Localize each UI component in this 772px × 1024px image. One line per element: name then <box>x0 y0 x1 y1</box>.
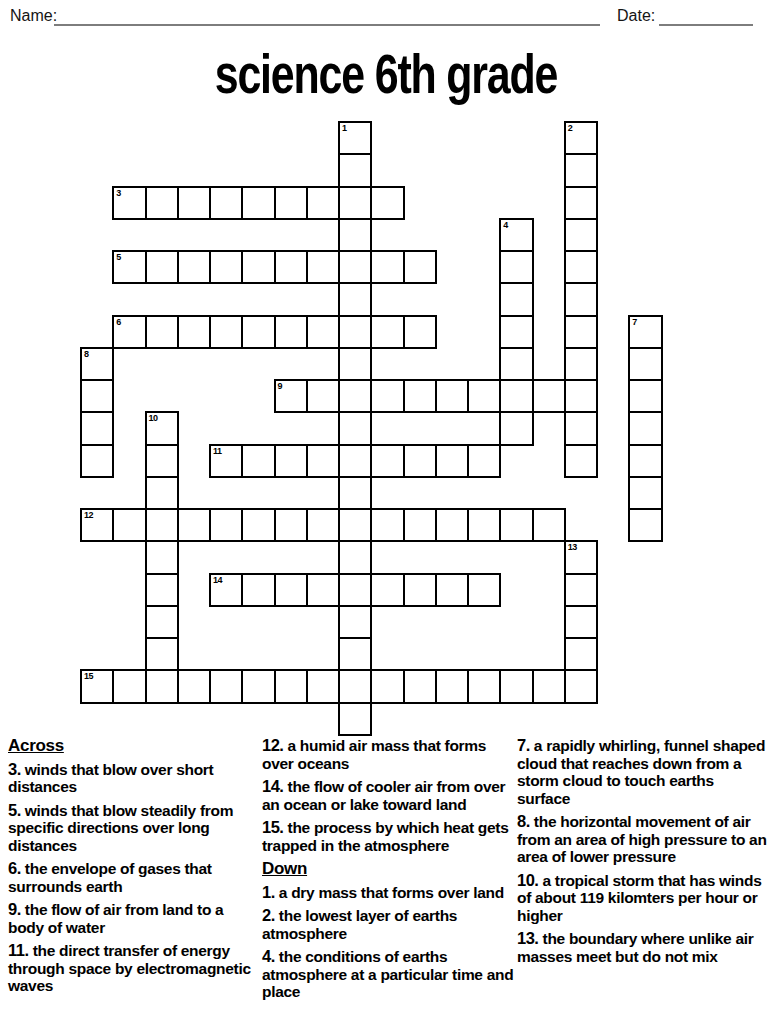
grid-cell[interactable] <box>436 509 468 541</box>
grid-empty <box>468 154 500 186</box>
clue-down-10: 10. a tropical storm that has winds of a… <box>517 872 769 925</box>
grid-cell[interactable] <box>565 606 597 638</box>
grid-cell[interactable] <box>565 445 597 477</box>
grid-empty <box>146 703 178 735</box>
grid-empty <box>629 251 661 283</box>
grid-empty <box>210 154 242 186</box>
grid-empty <box>178 638 210 670</box>
grid-cell[interactable] <box>565 380 597 412</box>
clue-across-9: 9. the flow of air from land to a body o… <box>8 901 258 936</box>
grid-empty <box>436 477 468 509</box>
grid-cell[interactable] <box>178 187 210 219</box>
grid-cell[interactable] <box>339 703 371 735</box>
grid-empty <box>275 348 307 380</box>
grid-cell[interactable]: 6 <box>113 316 145 348</box>
grid-empty <box>500 574 532 606</box>
clue-number-label: 2. <box>262 906 279 924</box>
grid-empty <box>629 703 661 735</box>
grid-cell[interactable] <box>565 283 597 315</box>
grid-cell[interactable] <box>629 380 661 412</box>
grid-cell[interactable] <box>178 251 210 283</box>
grid-cell[interactable] <box>210 509 242 541</box>
grid-cell[interactable]: 3 <box>113 187 145 219</box>
grid-empty <box>597 219 629 251</box>
grid-cell[interactable] <box>565 348 597 380</box>
grid-cell[interactable] <box>210 316 242 348</box>
grid-cell[interactable] <box>81 380 113 412</box>
grid-cell[interactable] <box>146 670 178 702</box>
grid-empty <box>242 703 274 735</box>
grid-empty <box>565 509 597 541</box>
grid-empty <box>371 283 403 315</box>
grid-empty <box>597 316 629 348</box>
grid-cell[interactable] <box>404 574 436 606</box>
grid-cell[interactable]: 9 <box>275 380 307 412</box>
grid-cell[interactable] <box>468 445 500 477</box>
grid-cell[interactable] <box>565 574 597 606</box>
grid-cell[interactable] <box>146 509 178 541</box>
grid-cell[interactable] <box>404 670 436 702</box>
grid-cell[interactable] <box>436 380 468 412</box>
grid-empty <box>307 606 339 638</box>
grid-empty <box>500 638 532 670</box>
grid-cell[interactable] <box>533 509 565 541</box>
grid-empty <box>468 219 500 251</box>
grid-cell[interactable] <box>146 445 178 477</box>
grid-empty <box>210 477 242 509</box>
grid-empty <box>597 509 629 541</box>
clue-down-13: 13. the boundary where unlike air masses… <box>517 930 769 965</box>
date-write-in-line[interactable] <box>659 24 753 26</box>
grid-cell[interactable] <box>146 251 178 283</box>
grid-empty <box>436 606 468 638</box>
grid-empty <box>436 541 468 573</box>
grid-empty <box>404 606 436 638</box>
grid-empty <box>597 606 629 638</box>
grid-empty <box>275 477 307 509</box>
grid-cell[interactable] <box>339 477 371 509</box>
clues-column-across: Across3. winds that blow over short dist… <box>8 737 258 1001</box>
grid-empty <box>468 348 500 380</box>
grid-empty <box>629 219 661 251</box>
grid-empty <box>371 412 403 444</box>
clue-number-label: 13. <box>517 929 543 947</box>
grid-cell[interactable]: 1 <box>339 122 371 154</box>
grid-cell[interactable] <box>500 283 532 315</box>
grid-empty <box>81 703 113 735</box>
grid-empty <box>210 606 242 638</box>
grid-cell[interactable] <box>242 670 274 702</box>
grid-empty <box>371 703 403 735</box>
clue-number: 7 <box>632 317 637 327</box>
clue-number-label: 12. <box>262 736 288 754</box>
grid-cell[interactable] <box>565 251 597 283</box>
grid-cell[interactable] <box>113 509 145 541</box>
grid-cell[interactable] <box>339 154 371 186</box>
grid-cell[interactable] <box>339 219 371 251</box>
grid-cell[interactable] <box>629 477 661 509</box>
grid-empty <box>468 251 500 283</box>
clue-number-label: 1. <box>262 883 279 901</box>
grid-cell[interactable]: 15 <box>81 670 113 702</box>
grid-empty <box>242 477 274 509</box>
grid-empty <box>468 187 500 219</box>
grid-cell[interactable] <box>81 445 113 477</box>
grid-empty <box>533 477 565 509</box>
grid-empty <box>533 703 565 735</box>
grid-cell[interactable] <box>565 638 597 670</box>
grid-empty <box>275 122 307 154</box>
clue-number-label: 14. <box>262 777 288 795</box>
grid-empty <box>468 703 500 735</box>
clue-number-label: 5. <box>8 801 25 819</box>
grid-empty <box>371 606 403 638</box>
grid-cell[interactable] <box>629 509 661 541</box>
grid-empty <box>81 154 113 186</box>
grid-cell[interactable]: 14 <box>210 574 242 606</box>
grid-empty <box>468 122 500 154</box>
grid-cell[interactable] <box>533 380 565 412</box>
grid-empty <box>81 187 113 219</box>
grid-cell[interactable] <box>113 670 145 702</box>
grid-empty <box>436 348 468 380</box>
grid-empty <box>242 638 274 670</box>
grid-empty <box>113 606 145 638</box>
grid-empty <box>210 412 242 444</box>
grid-cell[interactable] <box>81 412 113 444</box>
grid-empty <box>436 316 468 348</box>
grid-cell[interactable] <box>146 316 178 348</box>
grid-empty <box>146 283 178 315</box>
grid-cell[interactable] <box>339 283 371 315</box>
grid-cell[interactable]: 11 <box>210 445 242 477</box>
grid-cell[interactable] <box>146 187 178 219</box>
clue-number-label: 6. <box>8 859 25 877</box>
grid-cell[interactable] <box>500 380 532 412</box>
grid-empty <box>597 187 629 219</box>
grid-empty <box>436 412 468 444</box>
clue-number: 13 <box>568 542 577 552</box>
grid-cell[interactable] <box>371 187 403 219</box>
grid-cell[interactable] <box>371 445 403 477</box>
grid-empty <box>597 703 629 735</box>
grid-empty <box>500 541 532 573</box>
clue-down-7: 7. a rapidly whirling, funnel shaped clo… <box>517 737 769 807</box>
name-write-in-line[interactable] <box>54 24 600 26</box>
grid-cell[interactable] <box>565 219 597 251</box>
grid-cell[interactable] <box>275 251 307 283</box>
grid-empty <box>533 348 565 380</box>
grid-cell[interactable] <box>242 251 274 283</box>
grid-cell[interactable] <box>275 316 307 348</box>
grid-cell[interactable] <box>500 316 532 348</box>
grid-cell[interactable] <box>500 412 532 444</box>
grid-cell[interactable] <box>565 316 597 348</box>
clue-number-label: 9. <box>8 900 25 918</box>
grid-cell[interactable] <box>178 316 210 348</box>
grid-cell[interactable] <box>339 606 371 638</box>
grid-cell[interactable] <box>371 670 403 702</box>
clue-across-5: 5. winds that blow steadily from specifi… <box>8 802 258 855</box>
grid-empty <box>629 606 661 638</box>
grid-empty <box>81 219 113 251</box>
grid-empty <box>404 122 436 154</box>
grid-empty <box>307 154 339 186</box>
clue-number-label: 4. <box>262 947 279 965</box>
grid-empty <box>178 574 210 606</box>
grid-empty <box>178 154 210 186</box>
grid-cell[interactable]: 4 <box>500 219 532 251</box>
grid-empty <box>404 219 436 251</box>
clue-number: 8 <box>84 349 89 359</box>
grid-empty <box>436 703 468 735</box>
clue-number-label: 8. <box>517 812 534 830</box>
grid-cell[interactable] <box>146 477 178 509</box>
grid-empty <box>629 283 661 315</box>
grid-empty <box>307 638 339 670</box>
grid-empty <box>500 477 532 509</box>
grid-cell[interactable] <box>339 316 371 348</box>
grid-cell[interactable] <box>468 509 500 541</box>
grid-empty <box>500 122 532 154</box>
grid-empty <box>533 219 565 251</box>
grid-cell[interactable] <box>500 509 532 541</box>
grid-cell[interactable] <box>307 509 339 541</box>
grid-cell[interactable] <box>371 380 403 412</box>
grid-empty <box>436 283 468 315</box>
grid-empty <box>404 154 436 186</box>
crossword-grid: 123456789101112131415 <box>81 122 662 735</box>
grid-cell[interactable] <box>339 541 371 573</box>
grid-empty <box>275 219 307 251</box>
grid-empty <box>597 445 629 477</box>
grid-empty <box>500 154 532 186</box>
grid-cell[interactable] <box>307 380 339 412</box>
grid-empty <box>210 638 242 670</box>
grid-empty <box>113 283 145 315</box>
clue-down-1: 1. a dry mass that forms over land <box>262 884 514 902</box>
grid-cell[interactable] <box>468 574 500 606</box>
grid-cell[interactable] <box>307 670 339 702</box>
grid-cell[interactable] <box>371 251 403 283</box>
grid-empty <box>371 477 403 509</box>
grid-empty <box>81 283 113 315</box>
grid-empty <box>533 187 565 219</box>
grid-empty <box>307 219 339 251</box>
grid-empty <box>468 477 500 509</box>
grid-empty <box>178 412 210 444</box>
clue-number: 11 <box>213 446 222 456</box>
grid-empty <box>242 541 274 573</box>
grid-cell[interactable] <box>629 348 661 380</box>
grid-empty <box>597 638 629 670</box>
grid-cell[interactable] <box>307 187 339 219</box>
grid-empty <box>113 380 145 412</box>
grid-cell[interactable] <box>339 412 371 444</box>
grid-empty <box>275 638 307 670</box>
grid-cell[interactable] <box>307 316 339 348</box>
grid-cell[interactable] <box>404 509 436 541</box>
grid-cell[interactable] <box>565 154 597 186</box>
grid-empty <box>533 316 565 348</box>
grid-empty <box>565 703 597 735</box>
grid-empty <box>404 541 436 573</box>
grid-cell[interactable] <box>436 574 468 606</box>
grid-cell[interactable] <box>242 187 274 219</box>
grid-cell[interactable] <box>404 445 436 477</box>
clue-across-14: 14. the flow of cooler air from over an … <box>262 778 514 813</box>
grid-cell[interactable] <box>339 509 371 541</box>
grid-cell[interactable] <box>565 412 597 444</box>
grid-cell[interactable] <box>371 574 403 606</box>
clue-number: 6 <box>116 317 121 327</box>
grid-cell[interactable] <box>275 670 307 702</box>
grid-cell[interactable] <box>371 316 403 348</box>
grid-cell[interactable] <box>339 445 371 477</box>
grid-cell[interactable] <box>210 187 242 219</box>
grid-empty <box>500 187 532 219</box>
grid-cell[interactable]: 7 <box>629 316 661 348</box>
grid-cell[interactable] <box>339 380 371 412</box>
grid-empty <box>404 348 436 380</box>
grid-empty <box>468 316 500 348</box>
grid-cell[interactable] <box>146 541 178 573</box>
grid-cell[interactable] <box>242 574 274 606</box>
grid-empty <box>436 122 468 154</box>
grid-cell[interactable] <box>146 638 178 670</box>
grid-cell[interactable] <box>629 412 661 444</box>
grid-empty <box>500 703 532 735</box>
grid-empty <box>629 574 661 606</box>
grid-cell[interactable] <box>468 670 500 702</box>
grid-cell[interactable] <box>307 445 339 477</box>
grid-cell[interactable] <box>178 509 210 541</box>
grid-empty <box>597 283 629 315</box>
grid-cell[interactable]: 12 <box>81 509 113 541</box>
grid-cell[interactable] <box>307 574 339 606</box>
grid-empty <box>146 380 178 412</box>
grid-empty <box>242 380 274 412</box>
grid-empty <box>404 638 436 670</box>
grid-empty <box>371 638 403 670</box>
grid-empty <box>468 606 500 638</box>
grid-cell[interactable] <box>565 670 597 702</box>
grid-cell[interactable] <box>404 251 436 283</box>
grid-empty <box>178 348 210 380</box>
grid-cell[interactable] <box>178 670 210 702</box>
grid-empty <box>242 122 274 154</box>
clue-down-8: 8. the horizontal movement of air from a… <box>517 813 769 866</box>
grid-cell[interactable] <box>404 380 436 412</box>
grid-empty <box>81 606 113 638</box>
grid-empty <box>113 348 145 380</box>
grid-empty <box>436 187 468 219</box>
grid-cell[interactable] <box>146 606 178 638</box>
grid-cell[interactable] <box>339 670 371 702</box>
grid-cell[interactable] <box>436 670 468 702</box>
grid-cell[interactable] <box>275 574 307 606</box>
grid-cell[interactable] <box>339 574 371 606</box>
clue-number-label: 11. <box>8 941 33 959</box>
grid-empty <box>275 412 307 444</box>
grid-cell[interactable]: 2 <box>565 122 597 154</box>
grid-cell[interactable] <box>242 509 274 541</box>
down-header: Down <box>262 860 514 878</box>
grid-cell[interactable] <box>371 509 403 541</box>
grid-empty <box>242 348 274 380</box>
grid-cell[interactable] <box>404 316 436 348</box>
grid-empty <box>275 283 307 315</box>
grid-cell[interactable] <box>307 251 339 283</box>
grid-cell[interactable] <box>500 251 532 283</box>
grid-cell[interactable] <box>468 380 500 412</box>
grid-cell[interactable] <box>629 445 661 477</box>
grid-cell[interactable] <box>242 316 274 348</box>
grid-empty <box>533 574 565 606</box>
grid-empty <box>178 122 210 154</box>
grid-cell[interactable] <box>339 251 371 283</box>
clue-number: 3 <box>116 188 121 198</box>
clue-across-3: 3. winds that blow over short distances <box>8 761 258 796</box>
grid-empty <box>146 122 178 154</box>
grid-cell[interactable]: 5 <box>113 251 145 283</box>
clue-number-label: 10. <box>517 871 543 889</box>
grid-cell[interactable] <box>275 187 307 219</box>
grid-empty <box>404 283 436 315</box>
name-label: Name: <box>10 7 57 25</box>
clue-down-4: 4. the conditions of earths atmosphere a… <box>262 948 514 1001</box>
grid-cell[interactable] <box>339 348 371 380</box>
grid-cell[interactable] <box>275 445 307 477</box>
clue-number: 4 <box>503 220 508 230</box>
grid-cell[interactable] <box>210 251 242 283</box>
grid-empty <box>597 670 629 702</box>
grid-empty <box>307 283 339 315</box>
grid-empty <box>436 219 468 251</box>
grid-cell[interactable] <box>339 638 371 670</box>
grid-empty <box>597 412 629 444</box>
clue-number: 12 <box>84 510 93 520</box>
grid-empty <box>210 122 242 154</box>
grid-empty <box>597 380 629 412</box>
grid-cell[interactable]: 13 <box>565 541 597 573</box>
date-label: Date: <box>617 7 655 25</box>
grid-cell[interactable] <box>565 187 597 219</box>
clue-number: 15 <box>84 671 93 681</box>
grid-empty <box>242 606 274 638</box>
across-header: Across <box>8 737 258 755</box>
grid-empty <box>210 703 242 735</box>
grid-cell[interactable]: 8 <box>81 348 113 380</box>
grid-empty <box>307 348 339 380</box>
grid-empty <box>307 477 339 509</box>
grid-cell[interactable] <box>146 574 178 606</box>
grid-cell[interactable] <box>533 670 565 702</box>
grid-empty <box>371 122 403 154</box>
grid-empty <box>242 219 274 251</box>
grid-empty <box>178 445 210 477</box>
grid-cell[interactable]: 10 <box>146 412 178 444</box>
grid-cell[interactable] <box>275 509 307 541</box>
grid-cell[interactable] <box>339 187 371 219</box>
grid-cell[interactable] <box>500 670 532 702</box>
grid-cell[interactable] <box>210 670 242 702</box>
grid-empty <box>533 541 565 573</box>
grid-cell[interactable] <box>436 445 468 477</box>
grid-cell[interactable] <box>242 445 274 477</box>
grid-cell[interactable] <box>500 348 532 380</box>
grid-empty <box>533 154 565 186</box>
